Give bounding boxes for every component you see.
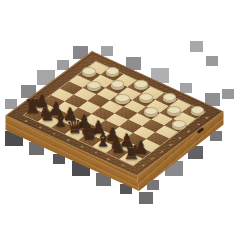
product-photo-chess-set[interactable]: abcdefgh 87654321 ♟♟♟♟♟♟♟♟♜♞♝♛♚♝♞♜ — [0, 0, 250, 250]
white-disc — [191, 106, 204, 114]
white-disc — [134, 80, 147, 88]
white-disc — [115, 94, 129, 102]
white-disc — [82, 67, 96, 75]
black-rook: ♜ — [123, 141, 140, 164]
white-disc — [106, 67, 119, 75]
white-disc — [144, 107, 158, 115]
white-disc — [139, 93, 153, 101]
white-disc — [172, 120, 186, 128]
white-disc — [111, 80, 125, 88]
white-disc — [163, 93, 176, 101]
white-disc — [87, 81, 101, 89]
white-disc — [167, 106, 181, 114]
pieces-layer: ♟♟♟♟♟♟♟♟♜♞♝♛♚♝♞♜ — [0, 0, 250, 250]
